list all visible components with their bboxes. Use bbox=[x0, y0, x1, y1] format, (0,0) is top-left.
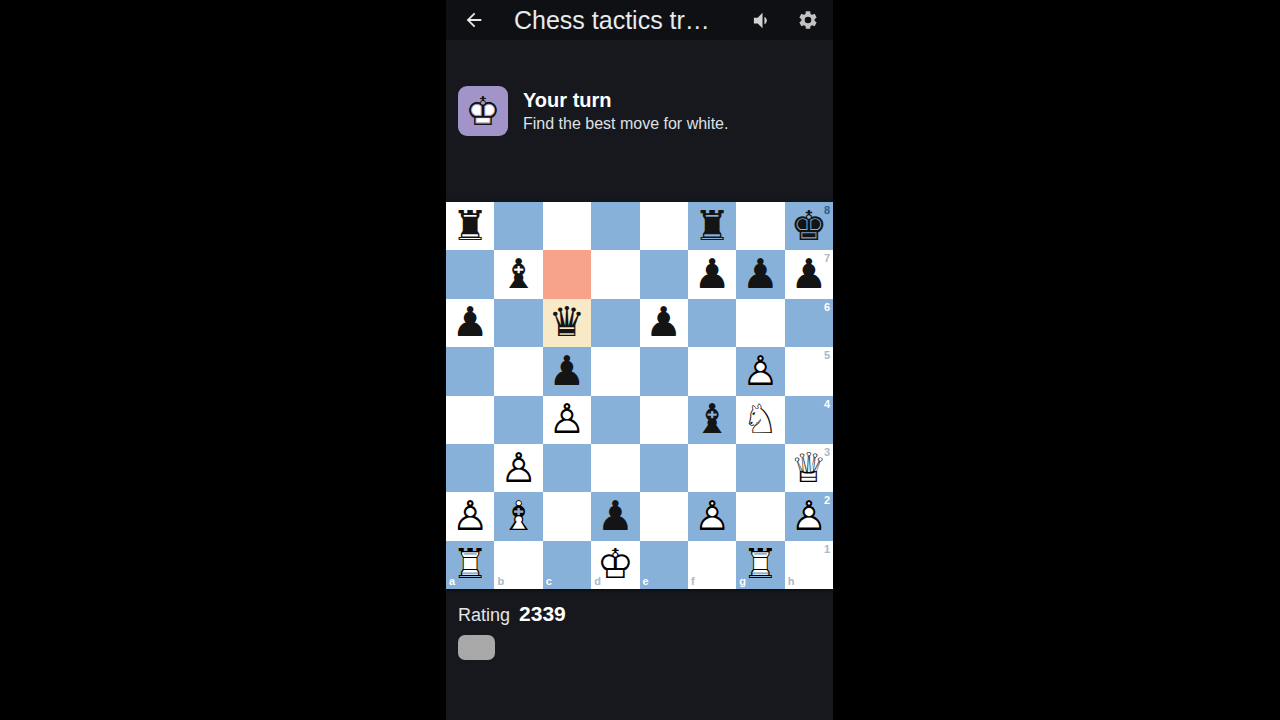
prompt-subtitle: Find the best move for white. bbox=[523, 115, 728, 133]
rating-line: Rating 2339 bbox=[458, 602, 821, 626]
rating-delta-placeholder bbox=[458, 635, 495, 660]
square-f8[interactable]: ♜ bbox=[688, 202, 736, 250]
square-a1[interactable]: ♜♖a bbox=[446, 541, 494, 589]
turn-prompt: ♚ ♔ Your turn Find the best move for whi… bbox=[446, 86, 833, 136]
piece-glyph: ♟ bbox=[543, 347, 591, 395]
piece-glyph: ♟ bbox=[640, 299, 688, 347]
file-label-e: e bbox=[643, 576, 649, 587]
square-b8[interactable] bbox=[494, 202, 542, 250]
square-d8[interactable] bbox=[591, 202, 639, 250]
square-d2[interactable]: ♟ bbox=[591, 492, 639, 540]
status-area: Rating 2339 bbox=[446, 602, 833, 660]
piece-glyph-outline: ♗ bbox=[494, 492, 542, 540]
square-g8[interactable] bbox=[736, 202, 784, 250]
square-b4[interactable] bbox=[494, 396, 542, 444]
square-c4[interactable]: ♟♙ bbox=[543, 396, 591, 444]
piece-black-rook-a8[interactable]: ♜ bbox=[446, 202, 494, 250]
rank-label-1: 1 bbox=[824, 544, 830, 555]
square-c3[interactable] bbox=[543, 444, 591, 492]
square-b1[interactable]: b bbox=[494, 541, 542, 589]
app-bar: Chess tactics tr… bbox=[446, 0, 833, 40]
rank-label-5: 5 bbox=[824, 350, 830, 361]
piece-black-pawn-e6[interactable]: ♟ bbox=[640, 299, 688, 347]
square-c6[interactable]: ♛ bbox=[543, 299, 591, 347]
piece-black-rook-f8[interactable]: ♜ bbox=[688, 202, 736, 250]
piece-black-pawn-c5[interactable]: ♟ bbox=[543, 347, 591, 395]
square-a2[interactable]: ♟♙ bbox=[446, 492, 494, 540]
square-g1[interactable]: ♜♖g bbox=[736, 541, 784, 589]
file-label-f: f bbox=[691, 576, 695, 587]
screenshot-stage: Chess tactics tr… ♚ ♔ Your turn Find th bbox=[0, 0, 1280, 720]
arrow-left-icon bbox=[463, 9, 485, 31]
square-c7[interactable] bbox=[543, 250, 591, 298]
piece-glyph: ♟ bbox=[785, 250, 833, 298]
gear-icon bbox=[797, 9, 819, 31]
piece-white-pawn-b3[interactable]: ♟♙ bbox=[494, 444, 542, 492]
square-h2[interactable]: ♟♙2 bbox=[785, 492, 833, 540]
piece-glyph-outline: ♕ bbox=[785, 444, 833, 492]
piece-white-pawn-h2[interactable]: ♟♙ bbox=[785, 492, 833, 540]
back-button[interactable] bbox=[462, 8, 486, 32]
square-d1[interactable]: ♚♔d bbox=[591, 541, 639, 589]
square-e5[interactable] bbox=[640, 347, 688, 395]
square-h5[interactable]: 5 bbox=[785, 347, 833, 395]
square-f6[interactable] bbox=[688, 299, 736, 347]
square-h4[interactable]: 4 bbox=[785, 396, 833, 444]
rank-label-6: 6 bbox=[824, 302, 830, 313]
piece-black-bishop-b7[interactable]: ♝ bbox=[494, 250, 542, 298]
prompt-title: Your turn bbox=[523, 89, 728, 112]
piece-glyph: ♟ bbox=[446, 299, 494, 347]
square-f2[interactable]: ♟♙ bbox=[688, 492, 736, 540]
file-label-b: b bbox=[497, 576, 504, 587]
speaker-icon bbox=[751, 9, 774, 32]
piece-glyph: ♟ bbox=[688, 250, 736, 298]
square-d7[interactable] bbox=[591, 250, 639, 298]
piece-glyph: ♟ bbox=[591, 492, 639, 540]
square-a8[interactable]: ♜ bbox=[446, 202, 494, 250]
square-c8[interactable] bbox=[543, 202, 591, 250]
piece-white-queen-h3[interactable]: ♛♕ bbox=[785, 444, 833, 492]
square-f3[interactable] bbox=[688, 444, 736, 492]
square-g4[interactable]: ♞♘ bbox=[736, 396, 784, 444]
piece-glyph: ♟ bbox=[736, 250, 784, 298]
square-d6[interactable] bbox=[591, 299, 639, 347]
page-title: Chess tactics tr… bbox=[514, 6, 750, 35]
square-b5[interactable] bbox=[494, 347, 542, 395]
rank-label-4: 4 bbox=[824, 399, 830, 410]
square-a6[interactable]: ♟ bbox=[446, 299, 494, 347]
piece-glyph-outline: ♙ bbox=[785, 492, 833, 540]
square-g5[interactable]: ♟♙ bbox=[736, 347, 784, 395]
square-a5[interactable] bbox=[446, 347, 494, 395]
square-b3[interactable]: ♟♙ bbox=[494, 444, 542, 492]
piece-black-pawn-h7[interactable]: ♟ bbox=[785, 250, 833, 298]
piece-white-pawn-c4[interactable]: ♟♙ bbox=[543, 396, 591, 444]
rating-value: 2339 bbox=[519, 602, 566, 626]
square-g2[interactable] bbox=[736, 492, 784, 540]
volume-button[interactable] bbox=[750, 8, 774, 32]
square-f1[interactable]: f bbox=[688, 541, 736, 589]
piece-black-pawn-d2[interactable]: ♟ bbox=[591, 492, 639, 540]
piece-black-king-h8[interactable]: ♚ bbox=[785, 202, 833, 250]
rating-label: Rating bbox=[458, 605, 510, 626]
piece-glyph-outline: ♙ bbox=[446, 492, 494, 540]
piece-glyph-outline: ♙ bbox=[688, 492, 736, 540]
piece-glyph: ♚ bbox=[785, 202, 833, 250]
piece-glyph-outline: ♖ bbox=[736, 541, 784, 589]
square-d3[interactable] bbox=[591, 444, 639, 492]
piece-glyph: ♜ bbox=[688, 202, 736, 250]
piece-glyph: ♜ bbox=[446, 202, 494, 250]
piece-glyph: ♝ bbox=[688, 396, 736, 444]
piece-glyph-outline: ♙ bbox=[543, 396, 591, 444]
app-window: Chess tactics tr… ♚ ♔ Your turn Find th bbox=[446, 0, 833, 720]
square-h7[interactable]: ♟7 bbox=[785, 250, 833, 298]
square-e8[interactable] bbox=[640, 202, 688, 250]
settings-button[interactable] bbox=[796, 8, 820, 32]
square-g6[interactable] bbox=[736, 299, 784, 347]
square-f7[interactable]: ♟ bbox=[688, 250, 736, 298]
king-glyph-outline: ♔ bbox=[458, 86, 508, 136]
square-e2[interactable] bbox=[640, 492, 688, 540]
piece-glyph: ♛ bbox=[543, 299, 591, 347]
square-h3[interactable]: ♛♕3 bbox=[785, 444, 833, 492]
square-e3[interactable] bbox=[640, 444, 688, 492]
piece-glyph-outline: ♙ bbox=[736, 347, 784, 395]
piece-black-bishop-f4[interactable]: ♝ bbox=[688, 396, 736, 444]
square-e4[interactable] bbox=[640, 396, 688, 444]
piece-glyph-outline: ♖ bbox=[446, 541, 494, 589]
square-a3[interactable] bbox=[446, 444, 494, 492]
piece-white-king-d1[interactable]: ♚♔ bbox=[591, 541, 639, 589]
piece-black-pawn-f7[interactable]: ♟ bbox=[688, 250, 736, 298]
piece-glyph: ♝ bbox=[494, 250, 542, 298]
square-g3[interactable] bbox=[736, 444, 784, 492]
piece-white-pawn-f2[interactable]: ♟♙ bbox=[688, 492, 736, 540]
chess-board: ♜♜♚8♝♟♟♟7♟♛♟6♟♟♙5♟♙♝♞♘4♟♙♛♕3♟♙♝♗♟♟♙♟♙2♜♖… bbox=[446, 202, 833, 589]
file-label-h: h bbox=[788, 576, 795, 587]
square-e7[interactable] bbox=[640, 250, 688, 298]
square-c5[interactable]: ♟ bbox=[543, 347, 591, 395]
square-a4[interactable] bbox=[446, 396, 494, 444]
square-a7[interactable] bbox=[446, 250, 494, 298]
square-f5[interactable] bbox=[688, 347, 736, 395]
square-f4[interactable]: ♝ bbox=[688, 396, 736, 444]
file-label-c: c bbox=[546, 576, 552, 587]
piece-black-pawn-a6[interactable]: ♟ bbox=[446, 299, 494, 347]
piece-glyph-outline: ♔ bbox=[591, 541, 639, 589]
square-b2[interactable]: ♝♗ bbox=[494, 492, 542, 540]
prompt-text: Your turn Find the best move for white. bbox=[523, 89, 728, 133]
piece-black-pawn-g7[interactable]: ♟ bbox=[736, 250, 784, 298]
piece-white-rook-a1[interactable]: ♜♖ bbox=[446, 541, 494, 589]
piece-black-queen-c6[interactable]: ♛ bbox=[543, 299, 591, 347]
square-b7[interactable]: ♝ bbox=[494, 250, 542, 298]
piece-glyph-outline: ♘ bbox=[736, 396, 784, 444]
square-h6[interactable]: 6 bbox=[785, 299, 833, 347]
piece-white-pawn-g5[interactable]: ♟♙ bbox=[736, 347, 784, 395]
square-e6[interactable]: ♟ bbox=[640, 299, 688, 347]
square-h1[interactable]: 1h bbox=[785, 541, 833, 589]
square-c1[interactable]: c bbox=[543, 541, 591, 589]
square-h8[interactable]: ♚8 bbox=[785, 202, 833, 250]
square-g7[interactable]: ♟ bbox=[736, 250, 784, 298]
square-e1[interactable]: e bbox=[640, 541, 688, 589]
piece-white-bishop-b2[interactable]: ♝♗ bbox=[494, 492, 542, 540]
square-d4[interactable] bbox=[591, 396, 639, 444]
square-d5[interactable] bbox=[591, 347, 639, 395]
piece-glyph-outline: ♙ bbox=[494, 444, 542, 492]
square-b6[interactable] bbox=[494, 299, 542, 347]
piece-white-knight-g4[interactable]: ♞♘ bbox=[736, 396, 784, 444]
white-king-badge: ♚ ♔ bbox=[458, 86, 508, 136]
piece-white-pawn-a2[interactable]: ♟♙ bbox=[446, 492, 494, 540]
piece-white-rook-g1[interactable]: ♜♖ bbox=[736, 541, 784, 589]
square-c2[interactable] bbox=[543, 492, 591, 540]
